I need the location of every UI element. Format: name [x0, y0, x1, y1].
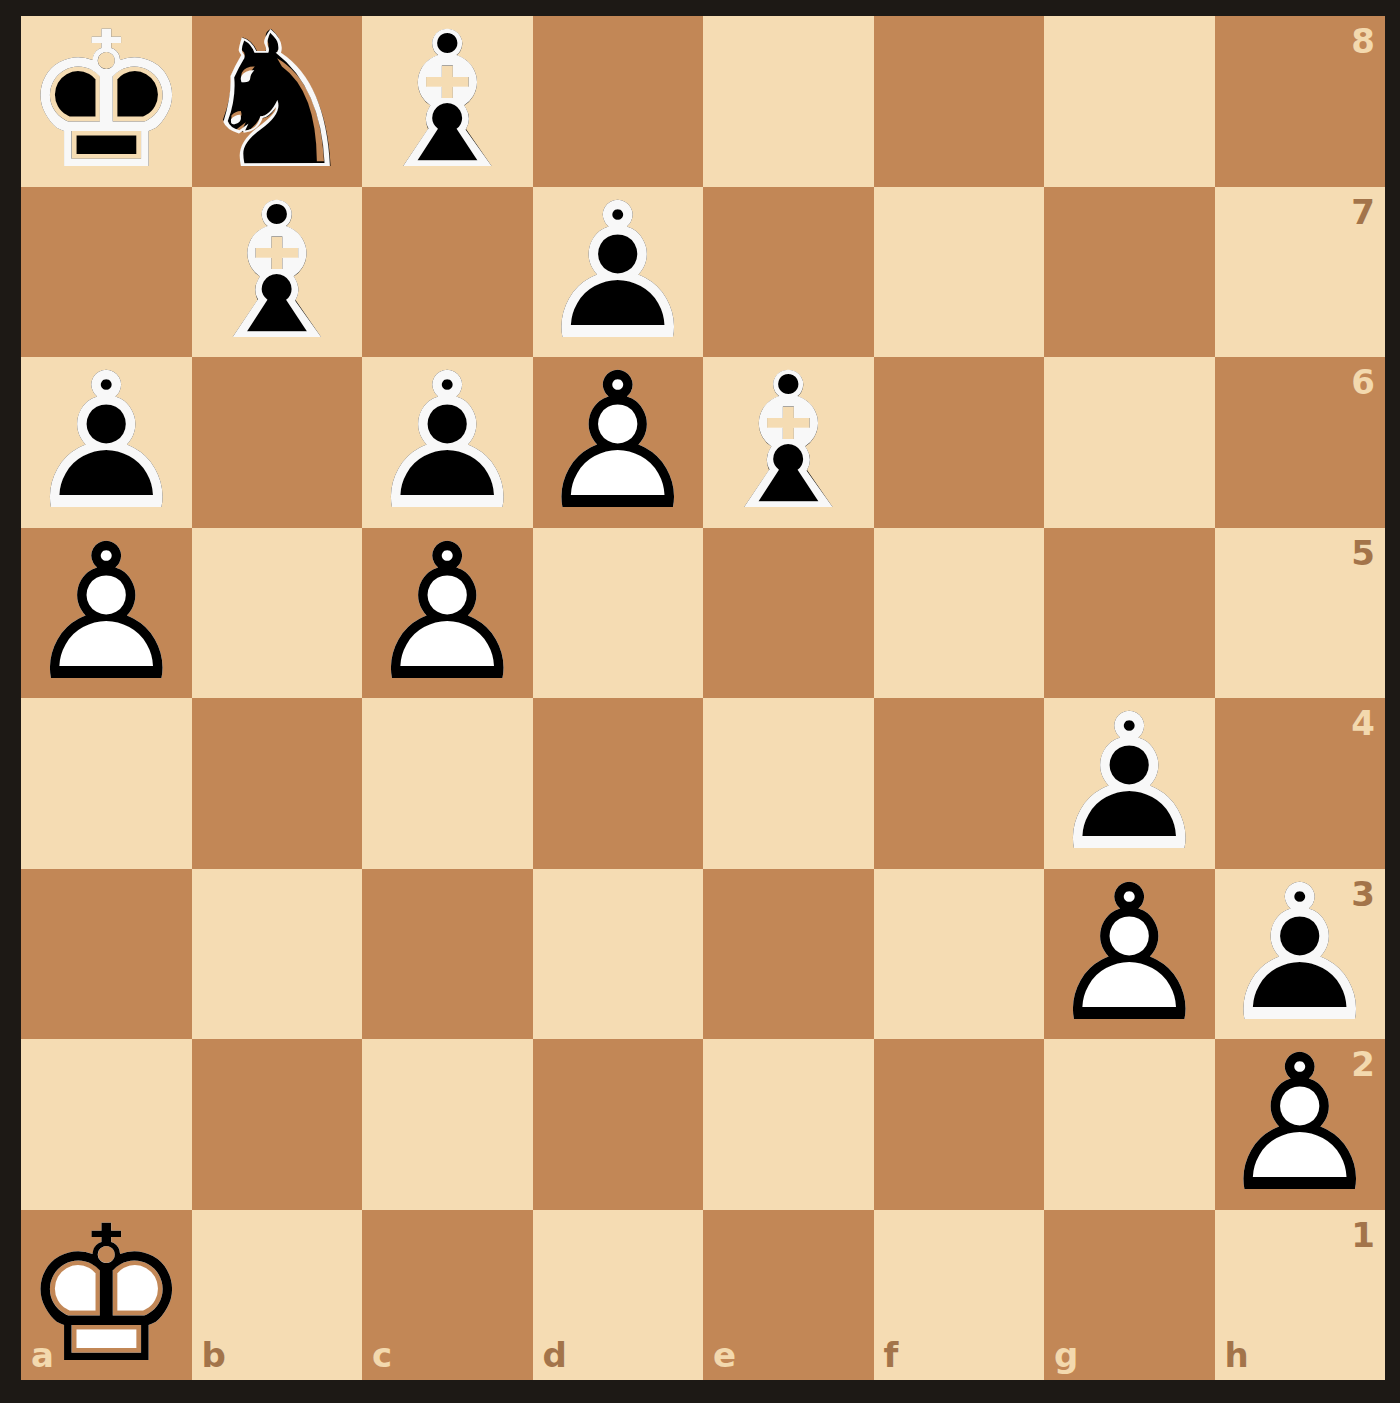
square-h7[interactable]: 7	[1215, 187, 1386, 358]
square-h4[interactable]: 4	[1215, 698, 1386, 869]
square-e4[interactable]	[703, 698, 874, 869]
square-c5[interactable]: ♟♙	[362, 528, 533, 699]
file-label-f: f	[884, 1338, 899, 1372]
chess-board: ♚♔♞♘♝♗8♝♗♟♙7♟♙♟♙♟♙♝♗6♟♙♟♙5♟♙4♟♙♟♙3♟♙2♚♔a…	[21, 16, 1385, 1380]
black-pawn[interactable]: ♟♙	[21, 357, 192, 528]
rank-label-4: 4	[1351, 706, 1375, 740]
file-label-g: g	[1054, 1338, 1078, 1372]
black-knight-outline-glyph: ♘	[192, 16, 363, 187]
black-knight[interactable]: ♞♘	[192, 16, 363, 187]
rank-label-2: 2	[1351, 1047, 1375, 1081]
square-e3[interactable]	[703, 869, 874, 1040]
square-b8[interactable]: ♞♘	[192, 16, 363, 187]
square-d6[interactable]: ♟♙	[533, 357, 704, 528]
square-g1[interactable]: g	[1044, 1210, 1215, 1381]
board-frame: ♚♔♞♘♝♗8♝♗♟♙7♟♙♟♙♟♙♝♗6♟♙♟♙5♟♙4♟♙♟♙3♟♙2♚♔a…	[0, 0, 1400, 1403]
file-label-a: a	[31, 1338, 54, 1372]
square-e1[interactable]: e	[703, 1210, 874, 1381]
white-pawn[interactable]: ♟♙	[533, 357, 704, 528]
rank-label-6: 6	[1351, 365, 1375, 399]
square-h2[interactable]: ♟♙2	[1215, 1039, 1386, 1210]
square-a3[interactable]	[21, 869, 192, 1040]
square-h6[interactable]: 6	[1215, 357, 1386, 528]
square-f4[interactable]	[874, 698, 1045, 869]
square-f6[interactable]	[874, 357, 1045, 528]
square-d5[interactable]	[533, 528, 704, 699]
file-label-e: e	[713, 1338, 736, 1372]
white-pawn-outline-glyph: ♙	[533, 357, 704, 528]
square-h8[interactable]: 8	[1215, 16, 1386, 187]
square-b1[interactable]: b	[192, 1210, 363, 1381]
black-pawn[interactable]: ♟♙	[1044, 698, 1215, 869]
square-g8[interactable]	[1044, 16, 1215, 187]
rank-label-7: 7	[1351, 195, 1375, 229]
file-label-h: h	[1225, 1338, 1249, 1372]
square-h1[interactable]: h1	[1215, 1210, 1386, 1381]
square-c3[interactable]	[362, 869, 533, 1040]
square-f2[interactable]	[874, 1039, 1045, 1210]
square-b2[interactable]	[192, 1039, 363, 1210]
white-pawn[interactable]: ♟♙	[362, 528, 533, 699]
square-d2[interactable]	[533, 1039, 704, 1210]
square-g6[interactable]	[1044, 357, 1215, 528]
square-g4[interactable]: ♟♙	[1044, 698, 1215, 869]
square-b7[interactable]: ♝♗	[192, 187, 363, 358]
black-king-outline-glyph: ♔	[21, 16, 192, 187]
square-e8[interactable]	[703, 16, 874, 187]
black-king[interactable]: ♚♔	[21, 16, 192, 187]
square-a5[interactable]: ♟♙	[21, 528, 192, 699]
square-c2[interactable]	[362, 1039, 533, 1210]
square-e5[interactable]	[703, 528, 874, 699]
square-f1[interactable]: f	[874, 1210, 1045, 1381]
square-g7[interactable]	[1044, 187, 1215, 358]
white-pawn-outline-glyph: ♙	[1044, 869, 1215, 1040]
rank-label-8: 8	[1351, 24, 1375, 58]
square-d4[interactable]	[533, 698, 704, 869]
rank-label-1: 1	[1351, 1218, 1375, 1252]
black-bishop[interactable]: ♝♗	[192, 187, 363, 358]
square-f5[interactable]	[874, 528, 1045, 699]
file-label-d: d	[543, 1338, 567, 1372]
black-bishop[interactable]: ♝♗	[703, 357, 874, 528]
square-a4[interactable]	[21, 698, 192, 869]
square-a1[interactable]: ♚♔a	[21, 1210, 192, 1381]
black-pawn-outline-glyph: ♙	[21, 357, 192, 528]
square-c4[interactable]	[362, 698, 533, 869]
black-bishop-outline-glyph: ♗	[703, 357, 874, 528]
square-b3[interactable]	[192, 869, 363, 1040]
square-d8[interactable]	[533, 16, 704, 187]
black-bishop-outline-glyph: ♗	[362, 16, 533, 187]
black-pawn-outline-glyph: ♙	[1044, 698, 1215, 869]
square-h5[interactable]: 5	[1215, 528, 1386, 699]
square-e6[interactable]: ♝♗	[703, 357, 874, 528]
white-pawn-outline-glyph: ♙	[362, 528, 533, 699]
black-bishop-outline-glyph: ♗	[192, 187, 363, 358]
square-b5[interactable]	[192, 528, 363, 699]
square-d1[interactable]: d	[533, 1210, 704, 1381]
black-pawn[interactable]: ♟♙	[362, 357, 533, 528]
square-f3[interactable]	[874, 869, 1045, 1040]
square-c6[interactable]: ♟♙	[362, 357, 533, 528]
square-f7[interactable]	[874, 187, 1045, 358]
rank-label-5: 5	[1351, 536, 1375, 570]
file-label-b: b	[202, 1338, 226, 1372]
square-e2[interactable]	[703, 1039, 874, 1210]
square-g2[interactable]	[1044, 1039, 1215, 1210]
white-pawn[interactable]: ♟♙	[1044, 869, 1215, 1040]
square-d3[interactable]	[533, 869, 704, 1040]
square-a2[interactable]	[21, 1039, 192, 1210]
square-a6[interactable]: ♟♙	[21, 357, 192, 528]
square-b6[interactable]	[192, 357, 363, 528]
square-f8[interactable]	[874, 16, 1045, 187]
file-label-c: c	[372, 1338, 392, 1372]
square-a8[interactable]: ♚♔	[21, 16, 192, 187]
square-c8[interactable]: ♝♗	[362, 16, 533, 187]
rank-label-3: 3	[1351, 877, 1375, 911]
black-pawn-outline-glyph: ♙	[362, 357, 533, 528]
white-pawn-outline-glyph: ♙	[21, 528, 192, 699]
square-g3[interactable]: ♟♙	[1044, 869, 1215, 1040]
square-c1[interactable]: c	[362, 1210, 533, 1381]
black-bishop[interactable]: ♝♗	[362, 16, 533, 187]
square-b4[interactable]	[192, 698, 363, 869]
white-pawn[interactable]: ♟♙	[21, 528, 192, 699]
